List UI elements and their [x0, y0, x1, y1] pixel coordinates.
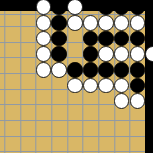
- black-stone: [98, 0, 114, 15]
- black-stone: [98, 62, 114, 78]
- white-stone: [67, 78, 83, 94]
- black-stone: [145, 62, 153, 78]
- screenshot-root: [0, 0, 153, 153]
- black-stone: [83, 46, 99, 62]
- white-stone: [67, 15, 83, 31]
- black-stone: [130, 62, 146, 78]
- white-stone: [36, 46, 52, 62]
- black-stone: [98, 31, 114, 47]
- white-stone: [114, 15, 130, 31]
- black-stone: [145, 15, 153, 31]
- white-stone: [145, 46, 153, 62]
- white-stone: [98, 46, 114, 62]
- black-stone: [145, 78, 153, 94]
- white-stone: [67, 0, 83, 15]
- black-stone: [145, 93, 153, 109]
- white-stone: [36, 15, 52, 31]
- white-stone: [98, 78, 114, 94]
- white-stone: [130, 46, 146, 62]
- black-stone: [130, 0, 146, 15]
- black-stone: [114, 62, 130, 78]
- black-stone: [51, 15, 67, 31]
- white-stone: [98, 15, 114, 31]
- black-stone: [145, 0, 153, 15]
- black-stone: [83, 62, 99, 78]
- black-stone: [51, 0, 67, 15]
- white-stone: [130, 93, 146, 109]
- white-stone: [130, 15, 146, 31]
- black-stone: [51, 46, 67, 62]
- white-stone: [83, 15, 99, 31]
- white-stone: [51, 62, 67, 78]
- black-stone: [67, 62, 83, 78]
- white-stone: [36, 62, 52, 78]
- black-stone: [51, 31, 67, 47]
